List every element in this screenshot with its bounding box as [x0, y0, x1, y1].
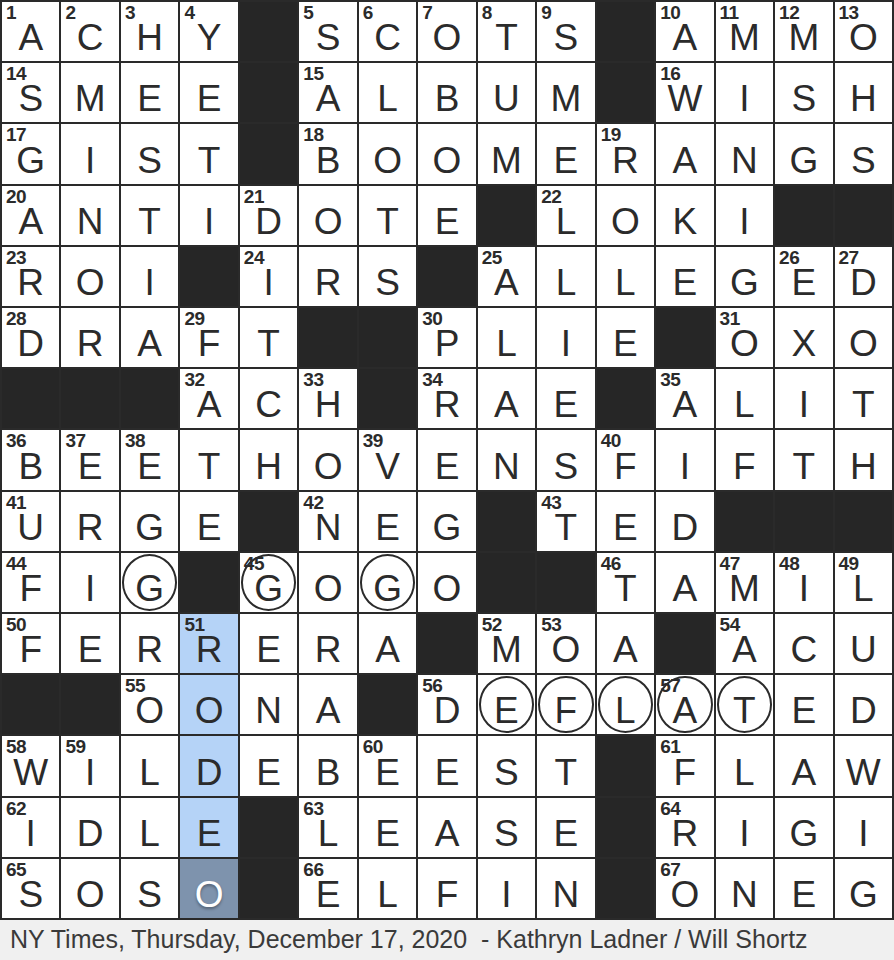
black-cell-r15c5 [240, 859, 297, 918]
cell-letter: E [656, 264, 713, 301]
cell-r8c7[interactable]: 39V [359, 430, 416, 489]
cell-r5c14[interactable]: 26E [775, 247, 832, 306]
cell-r6c10[interactable]: I [537, 308, 594, 367]
clue-number: 28 [6, 309, 26, 329]
cell-r11c11[interactable]: A [597, 614, 654, 673]
cell-r6c1[interactable]: 28D [2, 308, 59, 367]
cell-r5c15[interactable]: 27D [835, 247, 892, 306]
cell-r1c9[interactable]: 8T [478, 2, 535, 61]
cell-letter: W [656, 80, 713, 117]
cell-r8c3[interactable]: 38E [121, 430, 178, 489]
cell-letter: L [121, 815, 178, 852]
cell-r9c7[interactable]: E [359, 492, 416, 551]
cell-r2c3[interactable]: E [121, 63, 178, 122]
cell-letter: E [299, 876, 356, 913]
cell-r10c7[interactable]: G [359, 553, 416, 612]
cell-letter: S [299, 19, 356, 56]
cell-r8c9[interactable]: N [478, 430, 535, 489]
cell-r7c4[interactable]: 32A [180, 369, 237, 428]
cell-r14c12[interactable]: 64R [656, 798, 713, 857]
cell-r1c6[interactable]: 5S [299, 2, 356, 61]
cell-r2c2[interactable]: M [61, 63, 118, 122]
black-cell-r12c1 [2, 675, 59, 734]
cell-r8c11[interactable]: 40F [597, 430, 654, 489]
cell-letter: A [478, 386, 535, 423]
cell-letter: N [299, 509, 356, 546]
cell-letter: T [597, 570, 654, 607]
cell-r13c2[interactable]: 59I [61, 736, 118, 795]
cell-letter: A [121, 325, 178, 362]
cell-r10c6[interactable]: O [299, 553, 356, 612]
cell-r8c13[interactable]: F [716, 430, 773, 489]
cell-r3c1[interactable]: 17G [2, 124, 59, 183]
cell-r14c6[interactable]: 63L [299, 798, 356, 857]
clue-number: 5 [303, 3, 313, 23]
cell-r13c3[interactable]: L [121, 736, 178, 795]
cell-r15c1[interactable]: 65S [2, 859, 59, 918]
clue-number: 10 [660, 3, 680, 23]
cell-letter: A [299, 80, 356, 117]
cell-letter: I [2, 815, 59, 852]
cell-r14c1[interactable]: 62I [2, 798, 59, 857]
cell-r11c10[interactable]: 53O [537, 614, 594, 673]
cell-letter: M [61, 80, 118, 117]
cell-letter: L [478, 325, 535, 362]
cell-r13c10[interactable]: T [537, 736, 594, 795]
clue-number: 64 [660, 799, 680, 819]
clue-number: 9 [541, 3, 551, 23]
cell-r6c11[interactable]: E [597, 308, 654, 367]
cell-letter: A [656, 692, 713, 729]
cell-r13c5[interactable]: E [240, 736, 297, 795]
cell-r11c6[interactable]: R [299, 614, 356, 673]
cell-r12c13[interactable]: T [716, 675, 773, 734]
cell-r15c13[interactable]: N [716, 859, 773, 918]
cell-r15c9[interactable]: I [478, 859, 535, 918]
cell-r1c15[interactable]: 13O [835, 2, 892, 61]
cell-r4c10[interactable]: 22L [537, 186, 594, 245]
black-cell-r14c11 [597, 798, 654, 857]
cell-r11c5[interactable]: E [240, 614, 297, 673]
cell-r14c2[interactable]: D [61, 798, 118, 857]
cell-r11c15[interactable]: U [835, 614, 892, 673]
cell-letter: W [2, 754, 59, 791]
clue-number: 54 [720, 615, 740, 635]
cell-r8c12[interactable]: I [656, 430, 713, 489]
cell-letter: L [835, 570, 892, 607]
cell-letter: E [418, 203, 475, 240]
cell-r3c12[interactable]: A [656, 124, 713, 183]
cell-r12c8[interactable]: 56D [418, 675, 475, 734]
cell-r4c1[interactable]: 20A [2, 186, 59, 245]
cell-r11c14[interactable]: C [775, 614, 832, 673]
cell-r6c2[interactable]: R [61, 308, 118, 367]
cell-r13c1[interactable]: 58W [2, 736, 59, 795]
cell-r9c3[interactable]: G [121, 492, 178, 551]
cell-r4c3[interactable]: T [121, 186, 178, 245]
cell-r6c4[interactable]: 29F [180, 308, 237, 367]
cell-r2c10[interactable]: M [537, 63, 594, 122]
cell-r12c15[interactable]: D [835, 675, 892, 734]
cell-r13c15[interactable]: W [835, 736, 892, 795]
cell-r13c6[interactable]: B [299, 736, 356, 795]
cell-letter: O [656, 876, 713, 913]
cell-letter: E [180, 815, 237, 852]
clue-number: 47 [720, 554, 740, 574]
cell-letter: B [418, 80, 475, 117]
cell-r6c15[interactable]: O [835, 308, 892, 367]
cell-r14c3[interactable]: L [121, 798, 178, 857]
cell-r8c15[interactable]: H [835, 430, 892, 489]
clue-number: 8 [482, 3, 492, 23]
black-cell-r14c5 [240, 798, 297, 857]
cell-r14c15[interactable]: I [835, 798, 892, 857]
cell-r9c1[interactable]: 41U [2, 492, 59, 551]
cell-r3c13[interactable]: N [716, 124, 773, 183]
cell-r12c6[interactable]: A [299, 675, 356, 734]
cell-r8c14[interactable]: T [775, 430, 832, 489]
cell-letter: M [478, 631, 535, 668]
cell-r9c8[interactable]: G [418, 492, 475, 551]
cell-r12c9[interactable]: E [478, 675, 535, 734]
cell-r12c5[interactable]: N [240, 675, 297, 734]
cell-r3c6[interactable]: 18B [299, 124, 356, 183]
cell-r11c2[interactable]: E [61, 614, 118, 673]
cell-r4c11[interactable]: O [597, 186, 654, 245]
black-cell-r9c14 [775, 492, 832, 551]
cell-r4c13[interactable]: I [716, 186, 773, 245]
cell-letter: I [121, 264, 178, 301]
cell-letter: M [478, 142, 535, 179]
clue-number: 60 [363, 737, 383, 757]
clue-number: 62 [6, 799, 26, 819]
cell-letter: O [61, 876, 118, 913]
cell-r12c4[interactable]: O [180, 675, 237, 734]
cell-r10c8[interactable]: O [418, 553, 475, 612]
cell-r12c3[interactable]: 55O [121, 675, 178, 734]
cell-r11c4[interactable]: 51R [180, 614, 237, 673]
cell-letter: B [2, 448, 59, 485]
cell-r6c8[interactable]: 30P [418, 308, 475, 367]
cell-r10c3[interactable]: G [121, 553, 178, 612]
cell-r3c4[interactable]: T [180, 124, 237, 183]
cell-letter: O [61, 264, 118, 301]
cell-r2c13[interactable]: I [716, 63, 773, 122]
cell-r1c8[interactable]: 7O [418, 2, 475, 61]
black-cell-r10c9 [478, 553, 535, 612]
cell-r8c6[interactable]: O [299, 430, 356, 489]
cell-letter: O [299, 203, 356, 240]
cell-letter: G [240, 570, 297, 607]
cell-r9c2[interactable]: R [61, 492, 118, 551]
cell-r5c7[interactable]: S [359, 247, 416, 306]
cell-letter: E [775, 876, 832, 913]
cell-r11c1[interactable]: 50F [2, 614, 59, 673]
cell-letter: N [716, 876, 773, 913]
cell-r8c4[interactable]: T [180, 430, 237, 489]
cell-r2c14[interactable]: S [775, 63, 832, 122]
cell-r2c4[interactable]: E [180, 63, 237, 122]
cell-r4c4[interactable]: I [180, 186, 237, 245]
cell-r5c3[interactable]: I [121, 247, 178, 306]
cell-r15c4[interactable]: O [180, 859, 237, 918]
black-cell-r9c9 [478, 492, 535, 551]
cell-letter: F [2, 570, 59, 607]
cell-letter: L [597, 692, 654, 729]
cell-r7c8[interactable]: 34R [418, 369, 475, 428]
cell-letter: E [359, 815, 416, 852]
cell-r10c15[interactable]: 49L [835, 553, 892, 612]
cell-r7c13[interactable]: L [716, 369, 773, 428]
cell-letter: G [121, 570, 178, 607]
cell-r6c14[interactable]: X [775, 308, 832, 367]
cell-r9c6[interactable]: 42N [299, 492, 356, 551]
cell-r8c10[interactable]: S [537, 430, 594, 489]
cell-r5c12[interactable]: E [656, 247, 713, 306]
cell-letter: L [121, 754, 178, 791]
cell-r1c12[interactable]: 10A [656, 2, 713, 61]
cell-letter: S [478, 815, 535, 852]
cell-r7c12[interactable]: 35A [656, 369, 713, 428]
cell-letter: M [716, 570, 773, 607]
cell-letter: O [180, 692, 237, 729]
cell-r14c4[interactable]: E [180, 798, 237, 857]
cell-r13c4[interactable]: D [180, 736, 237, 795]
cell-r4c6[interactable]: O [299, 186, 356, 245]
cell-r15c12[interactable]: 67O [656, 859, 713, 918]
cell-r3c14[interactable]: G [775, 124, 832, 183]
clue-number: 21 [244, 187, 264, 207]
cell-letter: I [240, 264, 297, 301]
cell-letter: O [359, 142, 416, 179]
cell-letter: D [835, 264, 892, 301]
cell-letter: S [537, 448, 594, 485]
cell-letter: D [2, 325, 59, 362]
cell-r15c8[interactable]: F [418, 859, 475, 918]
cell-r13c9[interactable]: S [478, 736, 535, 795]
black-cell-r1c11 [597, 2, 654, 61]
cell-r10c14[interactable]: 48I [775, 553, 832, 612]
cell-r14c14[interactable]: G [775, 798, 832, 857]
cell-r15c10[interactable]: N [537, 859, 594, 918]
cell-r6c5[interactable]: T [240, 308, 297, 367]
cell-r3c11[interactable]: 19R [597, 124, 654, 183]
cell-r1c10[interactable]: 9S [537, 2, 594, 61]
cell-r8c5[interactable]: H [240, 430, 297, 489]
cell-r1c14[interactable]: 12M [775, 2, 832, 61]
cell-r4c7[interactable]: T [359, 186, 416, 245]
clue-number: 61 [660, 737, 680, 757]
black-cell-r7c7 [359, 369, 416, 428]
cell-r14c8[interactable]: A [418, 798, 475, 857]
cell-letter: O [716, 325, 773, 362]
cell-r11c9[interactable]: 52M [478, 614, 535, 673]
cell-r7c10[interactable]: E [537, 369, 594, 428]
cell-letter: D [180, 754, 237, 791]
cell-letter: E [121, 80, 178, 117]
cell-r5c1[interactable]: 23R [2, 247, 59, 306]
cell-letter: L [359, 876, 416, 913]
cell-r12c11[interactable]: L [597, 675, 654, 734]
black-cell-r7c1 [2, 369, 59, 428]
cell-r5c2[interactable]: O [61, 247, 118, 306]
cell-letter: F [418, 876, 475, 913]
clue-number: 34 [422, 370, 442, 390]
black-cell-r6c7 [359, 308, 416, 367]
cell-letter: K [656, 203, 713, 240]
cell-r9c10[interactable]: 43T [537, 492, 594, 551]
black-cell-r4c9 [478, 186, 535, 245]
cell-r7c5[interactable]: C [240, 369, 297, 428]
cell-r10c13[interactable]: 47M [716, 553, 773, 612]
cell-r2c8[interactable]: B [418, 63, 475, 122]
cell-r15c15[interactable]: G [835, 859, 892, 918]
clue-number: 65 [6, 860, 26, 880]
cell-letter: O [299, 570, 356, 607]
cell-r2c9[interactable]: U [478, 63, 535, 122]
cell-r14c7[interactable]: E [359, 798, 416, 857]
cell-r2c7[interactable]: L [359, 63, 416, 122]
cell-r7c15[interactable]: T [835, 369, 892, 428]
cell-r15c14[interactable]: E [775, 859, 832, 918]
cell-letter: S [835, 142, 892, 179]
cell-letter: S [121, 142, 178, 179]
cell-letter: H [121, 19, 178, 56]
cell-r1c1[interactable]: 1A [2, 2, 59, 61]
cell-r13c14[interactable]: A [775, 736, 832, 795]
cell-r15c7[interactable]: L [359, 859, 416, 918]
cell-letter: D [418, 692, 475, 729]
cell-r11c7[interactable]: A [359, 614, 416, 673]
cell-r12c10[interactable]: F [537, 675, 594, 734]
cell-r4c8[interactable]: E [418, 186, 475, 245]
black-cell-r2c11 [597, 63, 654, 122]
cell-r3c7[interactable]: O [359, 124, 416, 183]
cell-r6c3[interactable]: A [121, 308, 178, 367]
cell-r2c15[interactable]: H [835, 63, 892, 122]
cell-r10c5[interactable]: 45G [240, 553, 297, 612]
cell-letter: E [61, 631, 118, 668]
cell-letter: G [775, 142, 832, 179]
cell-r1c2[interactable]: 2C [61, 2, 118, 61]
cell-r1c13[interactable]: 11M [716, 2, 773, 61]
cell-r9c12[interactable]: D [656, 492, 713, 551]
cell-letter: V [359, 448, 416, 485]
cell-letter: A [775, 754, 832, 791]
clue-number: 46 [601, 554, 621, 574]
cell-r12c12[interactable]: 57A [656, 675, 713, 734]
cell-r6c9[interactable]: L [478, 308, 535, 367]
clue-number: 63 [303, 799, 323, 819]
cell-r11c13[interactable]: 54A [716, 614, 773, 673]
cell-r5c6[interactable]: R [299, 247, 356, 306]
cell-r1c3[interactable]: 3H [121, 2, 178, 61]
cell-r10c12[interactable]: A [656, 553, 713, 612]
clue-number: 56 [422, 676, 442, 696]
cell-letter: A [418, 815, 475, 852]
cell-letter: E [359, 509, 416, 546]
cell-r5c11[interactable]: L [597, 247, 654, 306]
cell-r5c5[interactable]: 24I [240, 247, 297, 306]
cell-r3c9[interactable]: M [478, 124, 535, 183]
cell-r5c10[interactable]: L [537, 247, 594, 306]
cell-r2c6[interactable]: 15A [299, 63, 356, 122]
cell-r1c4[interactable]: 4Y [180, 2, 237, 61]
cell-r10c2[interactable]: I [61, 553, 118, 612]
cell-r7c6[interactable]: 33H [299, 369, 356, 428]
cell-r3c2[interactable]: I [61, 124, 118, 183]
black-cell-r10c10 [537, 553, 594, 612]
cell-r1c7[interactable]: 6C [359, 2, 416, 61]
cell-r7c9[interactable]: A [478, 369, 535, 428]
cell-letter: R [299, 631, 356, 668]
clue-number: 36 [6, 431, 26, 451]
cell-letter: Y [180, 19, 237, 56]
cell-r13c13[interactable]: L [716, 736, 773, 795]
cell-letter: H [299, 386, 356, 423]
cell-r3c3[interactable]: S [121, 124, 178, 183]
cell-letter: R [61, 509, 118, 546]
cell-r3c15[interactable]: S [835, 124, 892, 183]
black-cell-r9c5 [240, 492, 297, 551]
clue-number: 23 [6, 248, 26, 268]
cell-r8c1[interactable]: 36B [2, 430, 59, 489]
black-cell-r3c5 [240, 124, 297, 183]
cell-r8c8[interactable]: E [418, 430, 475, 489]
cell-r7c14[interactable]: I [775, 369, 832, 428]
cell-r6c13[interactable]: 31O [716, 308, 773, 367]
cell-letter: S [121, 876, 178, 913]
cell-r15c3[interactable]: S [121, 859, 178, 918]
cell-r9c11[interactable]: E [597, 492, 654, 551]
cell-r10c1[interactable]: 44F [2, 553, 59, 612]
cell-letter: I [716, 80, 773, 117]
cell-r11c3[interactable]: R [121, 614, 178, 673]
cell-letter: A [656, 19, 713, 56]
cell-r15c6[interactable]: 66E [299, 859, 356, 918]
cell-r9c4[interactable]: E [180, 492, 237, 551]
clue-number: 31 [720, 309, 740, 329]
cell-letter: S [359, 264, 416, 301]
cell-r2c12[interactable]: 16W [656, 63, 713, 122]
cell-letter: B [299, 754, 356, 791]
cell-r13c7[interactable]: 60E [359, 736, 416, 795]
cell-r15c2[interactable]: O [61, 859, 118, 918]
cell-letter: O [180, 876, 237, 913]
cell-r3c10[interactable]: E [537, 124, 594, 183]
cell-r14c13[interactable]: I [716, 798, 773, 857]
cell-r3c8[interactable]: O [418, 124, 475, 183]
cell-r4c5[interactable]: 21D [240, 186, 297, 245]
cell-letter: L [299, 815, 356, 852]
cell-r12c14[interactable]: E [775, 675, 832, 734]
cell-r14c10[interactable]: E [537, 798, 594, 857]
cell-r5c9[interactable]: 25A [478, 247, 535, 306]
cell-r4c12[interactable]: K [656, 186, 713, 245]
cell-r10c11[interactable]: 46T [597, 553, 654, 612]
cell-r2c1[interactable]: 14S [2, 63, 59, 122]
black-cell-r6c6 [299, 308, 356, 367]
cell-r5c13[interactable]: G [716, 247, 773, 306]
cell-r4c2[interactable]: N [61, 186, 118, 245]
cell-r13c8[interactable]: E [418, 736, 475, 795]
clue-number: 12 [779, 3, 799, 23]
cell-r8c2[interactable]: 37E [61, 430, 118, 489]
cell-r14c9[interactable]: S [478, 798, 535, 857]
cell-r13c12[interactable]: 61F [656, 736, 713, 795]
cell-letter: S [2, 876, 59, 913]
clue-number: 53 [541, 615, 561, 635]
